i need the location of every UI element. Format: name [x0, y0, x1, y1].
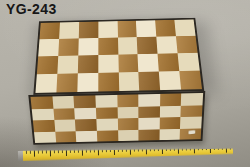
square-r6c3: [96, 118, 117, 130]
square-r4c3: [95, 95, 117, 107]
square-r0c7: [174, 19, 195, 36]
square-r1c0: [38, 39, 59, 57]
square-r2c4: [118, 54, 139, 72]
square-r5c5: [138, 106, 159, 118]
square-r5c4: [117, 106, 138, 118]
square-r0c4: [117, 21, 137, 38]
square-r2c0: [37, 56, 58, 74]
square-r0c2: [79, 22, 99, 39]
square-r5c3: [96, 107, 118, 119]
square-r2c2: [78, 55, 98, 73]
product-photo: YG-243: [0, 0, 250, 167]
square-r7c1: [55, 131, 77, 143]
square-r6c6: [159, 117, 180, 129]
square-r3c2: [77, 73, 98, 92]
square-r4c0: [30, 96, 53, 108]
square-r7c3: [97, 130, 118, 142]
square-r6c1: [54, 119, 76, 131]
square-r2c6: [158, 53, 180, 71]
square-r0c0: [39, 22, 59, 39]
square-r3c6: [159, 71, 181, 90]
board-lower-half: [28, 91, 205, 145]
square-r7c6: [159, 128, 180, 140]
square-r6c7: [180, 117, 202, 129]
square-r5c0: [32, 108, 54, 120]
square-r1c5: [137, 37, 158, 55]
square-r4c6: [160, 93, 182, 105]
square-r5c6: [160, 105, 182, 117]
square-r3c0: [35, 74, 57, 93]
square-r3c5: [139, 72, 161, 91]
square-r7c5: [139, 129, 160, 141]
square-r1c3: [98, 38, 118, 56]
square-r1c6: [157, 36, 178, 53]
square-r5c2: [74, 107, 96, 119]
tape-end-clip-icon: [18, 150, 23, 162]
square-r3c3: [98, 72, 119, 91]
square-r2c7: [178, 53, 200, 71]
square-r7c4: [118, 129, 139, 141]
square-r5c1: [53, 108, 75, 120]
square-r6c5: [138, 118, 159, 130]
square-r4c5: [138, 94, 160, 106]
square-r3c1: [56, 73, 77, 92]
square-r1c7: [176, 36, 198, 53]
square-r4c7: [181, 93, 203, 105]
square-r2c3: [98, 55, 118, 73]
blank-sticker: [188, 130, 195, 134]
square-r2c5: [138, 54, 159, 72]
square-r0c5: [136, 20, 156, 37]
square-r0c3: [98, 21, 118, 38]
square-r4c4: [117, 94, 139, 106]
square-r0c6: [155, 20, 176, 37]
measuring-tape: [18, 146, 233, 161]
square-r7c2: [76, 130, 97, 142]
board-upper-half: [33, 18, 204, 95]
square-r0c1: [59, 22, 79, 39]
square-r7c0: [34, 131, 56, 143]
chessboard: [26, 12, 208, 149]
square-r4c2: [74, 95, 96, 107]
square-r5c7: [181, 105, 203, 117]
square-r4c1: [52, 96, 74, 108]
square-r3c4: [118, 72, 139, 91]
square-r1c2: [78, 38, 98, 56]
square-r6c0: [33, 120, 55, 132]
square-r2c1: [57, 56, 78, 74]
square-r3c7: [179, 71, 202, 90]
square-r6c2: [75, 119, 97, 131]
square-r1c1: [58, 38, 78, 56]
square-r1c4: [118, 37, 138, 55]
square-r6c4: [117, 118, 138, 130]
